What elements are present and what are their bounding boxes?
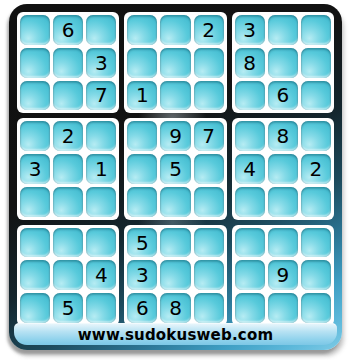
cell-r5c1[interactable]: 3 — [20, 154, 50, 184]
cell-r7c7[interactable] — [235, 228, 265, 258]
cell-r6c6[interactable] — [194, 187, 224, 217]
cell-r2c5[interactable] — [160, 48, 190, 78]
cell-r2c1[interactable] — [20, 48, 50, 78]
sudoku-box-5: 975 — [124, 118, 226, 219]
cell-r3c7[interactable] — [235, 81, 265, 111]
cell-r4c1[interactable] — [20, 121, 50, 151]
cell-r7c6[interactable] — [194, 228, 224, 258]
cell-r9c8[interactable] — [268, 293, 298, 323]
cell-r8c1[interactable] — [20, 260, 50, 290]
sudoku-box-2: 21 — [124, 12, 226, 113]
board-frame: 637213862319758424553689 www.sudokusweb.… — [9, 4, 342, 350]
cell-r5c6[interactable] — [194, 154, 224, 184]
cell-r7c8[interactable] — [268, 228, 298, 258]
cell-r4c6[interactable]: 7 — [194, 121, 224, 151]
cell-r7c5[interactable] — [160, 228, 190, 258]
cell-r1c8[interactable] — [268, 15, 298, 45]
cell-r4c7[interactable] — [235, 121, 265, 151]
cell-r2c3[interactable]: 3 — [86, 48, 116, 78]
cell-r4c4[interactable] — [127, 121, 157, 151]
cell-r6c4[interactable] — [127, 187, 157, 217]
cell-r2c2[interactable] — [53, 48, 83, 78]
cell-r7c3[interactable] — [86, 228, 116, 258]
cell-r2c4[interactable] — [127, 48, 157, 78]
cell-r9c2[interactable]: 5 — [53, 293, 83, 323]
cell-r4c8[interactable]: 8 — [268, 121, 298, 151]
cell-r3c5[interactable] — [160, 81, 190, 111]
cell-r6c1[interactable] — [20, 187, 50, 217]
cell-r5c2[interactable] — [53, 154, 83, 184]
cell-r8c6[interactable] — [194, 260, 224, 290]
cell-r9c9[interactable] — [301, 293, 331, 323]
cell-r3c9[interactable] — [301, 81, 331, 111]
cell-r4c2[interactable]: 2 — [53, 121, 83, 151]
cell-r1c6[interactable]: 2 — [194, 15, 224, 45]
sudoku-box-6: 842 — [232, 118, 334, 219]
sudoku-box-3: 386 — [232, 12, 334, 113]
cell-r2c6[interactable] — [194, 48, 224, 78]
cell-r3c6[interactable] — [194, 81, 224, 111]
cell-r8c2[interactable] — [53, 260, 83, 290]
sudoku-box-7: 45 — [17, 225, 119, 326]
cell-r4c9[interactable] — [301, 121, 331, 151]
cell-r4c5[interactable]: 9 — [160, 121, 190, 151]
cell-r3c3[interactable]: 7 — [86, 81, 116, 111]
cell-r9c1[interactable] — [20, 293, 50, 323]
cell-r5c3[interactable]: 1 — [86, 154, 116, 184]
cell-r3c2[interactable] — [53, 81, 83, 111]
cell-r5c9[interactable]: 2 — [301, 154, 331, 184]
cell-r1c4[interactable] — [127, 15, 157, 45]
cell-r6c7[interactable] — [235, 187, 265, 217]
cell-r6c8[interactable] — [268, 187, 298, 217]
cell-r1c2[interactable]: 6 — [53, 15, 83, 45]
cell-r1c7[interactable]: 3 — [235, 15, 265, 45]
cell-r7c9[interactable] — [301, 228, 331, 258]
cell-r3c8[interactable]: 6 — [268, 81, 298, 111]
cell-r6c2[interactable] — [53, 187, 83, 217]
sudoku-image: 637213862319758424553689 www.sudokusweb.… — [0, 0, 350, 360]
cell-r4c3[interactable] — [86, 121, 116, 151]
sudoku-box-1: 637 — [17, 12, 119, 113]
site-url: www.sudokusweb.com — [78, 326, 273, 344]
cell-r8c3[interactable]: 4 — [86, 260, 116, 290]
cell-r5c4[interactable] — [127, 154, 157, 184]
cell-r8c5[interactable] — [160, 260, 190, 290]
sudoku-box-9: 9 — [232, 225, 334, 326]
cell-r8c4[interactable]: 3 — [127, 260, 157, 290]
sudoku-box-8: 5368 — [124, 225, 226, 326]
cell-r8c8[interactable]: 9 — [268, 260, 298, 290]
cell-r9c7[interactable] — [235, 293, 265, 323]
cell-r2c7[interactable]: 8 — [235, 48, 265, 78]
cell-r7c1[interactable] — [20, 228, 50, 258]
cell-r7c4[interactable]: 5 — [127, 228, 157, 258]
cell-r5c5[interactable]: 5 — [160, 154, 190, 184]
sudoku-box-4: 231 — [17, 118, 119, 219]
cell-r2c8[interactable] — [268, 48, 298, 78]
cell-r8c9[interactable] — [301, 260, 331, 290]
cell-r1c3[interactable] — [86, 15, 116, 45]
cell-r6c5[interactable] — [160, 187, 190, 217]
cell-r7c2[interactable] — [53, 228, 83, 258]
cell-r8c7[interactable] — [235, 260, 265, 290]
cell-r1c9[interactable] — [301, 15, 331, 45]
cell-r9c6[interactable] — [194, 293, 224, 323]
cell-r1c1[interactable] — [20, 15, 50, 45]
cell-r9c3[interactable] — [86, 293, 116, 323]
cell-r5c8[interactable] — [268, 154, 298, 184]
cell-r6c9[interactable] — [301, 187, 331, 217]
footer-bar: www.sudokusweb.com — [14, 323, 337, 345]
sudoku-board: 637213862319758424553689 — [17, 12, 334, 326]
cell-r2c9[interactable] — [301, 48, 331, 78]
cell-r1c5[interactable] — [160, 15, 190, 45]
cell-r5c7[interactable]: 4 — [235, 154, 265, 184]
cell-r9c4[interactable]: 6 — [127, 293, 157, 323]
cell-r9c5[interactable]: 8 — [160, 293, 190, 323]
cell-r3c1[interactable] — [20, 81, 50, 111]
cell-r6c3[interactable] — [86, 187, 116, 217]
cell-r3c4[interactable]: 1 — [127, 81, 157, 111]
